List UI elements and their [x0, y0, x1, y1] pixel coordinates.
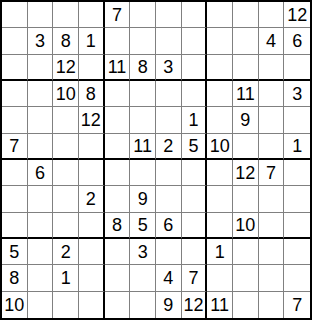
grid-cell-given: 3	[156, 55, 182, 81]
grid-cell-empty[interactable]	[105, 239, 131, 265]
grid-cell-empty[interactable]	[79, 265, 105, 291]
grid-cell-empty[interactable]	[130, 160, 156, 186]
grid-cell-empty[interactable]	[79, 160, 105, 186]
grid-cell-given: 3	[130, 239, 156, 265]
grid-cell-empty[interactable]	[79, 292, 105, 318]
grid-cell-given: 12	[284, 2, 310, 28]
grid-cell-empty[interactable]	[233, 292, 259, 318]
grid-cell-empty[interactable]	[53, 186, 79, 212]
grid-cell-given: 1	[53, 265, 79, 291]
grid-cell-empty[interactable]	[79, 55, 105, 81]
grid-cell-empty[interactable]	[182, 239, 208, 265]
grid-cell-empty[interactable]	[2, 81, 28, 107]
grid-cell-empty[interactable]	[233, 134, 259, 160]
grid-cell-empty[interactable]	[28, 134, 54, 160]
grid-cell-given: 8	[105, 213, 131, 239]
grid-cell-empty[interactable]	[259, 81, 285, 107]
grid-cell-given: 1	[207, 239, 233, 265]
grid-cell-given: 9	[233, 107, 259, 133]
grid-cell-empty[interactable]	[259, 265, 285, 291]
grid-cell-empty[interactable]	[105, 81, 131, 107]
grid-cell-empty[interactable]	[284, 160, 310, 186]
grid-cell-empty[interactable]	[28, 55, 54, 81]
grid-cell-empty[interactable]	[79, 239, 105, 265]
grid-cell-empty[interactable]	[284, 55, 310, 81]
grid-cell-given: 2	[156, 134, 182, 160]
grid-cell-empty[interactable]	[28, 292, 54, 318]
grid-cell-given: 11	[105, 55, 131, 81]
grid-cell-empty[interactable]	[207, 28, 233, 54]
grid-cell-empty[interactable]	[28, 107, 54, 133]
grid-cell-empty[interactable]	[28, 265, 54, 291]
grid-cell-given: 10	[53, 81, 79, 107]
grid-cell-empty[interactable]	[207, 81, 233, 107]
grid-cell-given: 8	[130, 55, 156, 81]
grid-cell-empty[interactable]	[233, 239, 259, 265]
grid-cell-empty[interactable]	[182, 2, 208, 28]
grid-cell-empty[interactable]	[207, 107, 233, 133]
grid-cell-given: 10	[233, 213, 259, 239]
grid-cell-empty[interactable]	[130, 81, 156, 107]
grid-cell-given: 10	[2, 292, 28, 318]
grid-cell-empty[interactable]	[2, 160, 28, 186]
grid-cell-empty[interactable]	[207, 2, 233, 28]
grid-cell-given: 7	[182, 265, 208, 291]
grid-cell-empty[interactable]	[28, 213, 54, 239]
grid-cell-empty[interactable]	[2, 213, 28, 239]
grid-cell-empty[interactable]	[259, 2, 285, 28]
grid-cell-empty[interactable]	[233, 186, 259, 212]
grid-cell-given: 1	[284, 134, 310, 160]
grid-cell-empty[interactable]	[130, 28, 156, 54]
grid-cell-empty[interactable]	[284, 213, 310, 239]
grid-cell-empty[interactable]	[53, 213, 79, 239]
grid-cell-empty[interactable]	[2, 186, 28, 212]
grid-cell-given: 12	[79, 107, 105, 133]
grid-cell-empty[interactable]	[259, 213, 285, 239]
grid-cell-empty[interactable]	[2, 2, 28, 28]
grid-cell-empty[interactable]	[259, 107, 285, 133]
grid-cell-empty[interactable]	[284, 186, 310, 212]
grid-cell-empty[interactable]	[105, 186, 131, 212]
grid-cell-given: 10	[207, 134, 233, 160]
grid-cell-given: 7	[259, 160, 285, 186]
grid-cell-empty[interactable]	[207, 55, 233, 81]
grid-cell-given: 1	[79, 28, 105, 54]
grid-cell-given: 2	[53, 239, 79, 265]
grid-cell-empty[interactable]	[53, 134, 79, 160]
grid-cell-empty[interactable]	[130, 265, 156, 291]
grid-cell-given: 9	[156, 292, 182, 318]
grid-cell-empty[interactable]	[2, 107, 28, 133]
grid-cell-empty[interactable]	[53, 2, 79, 28]
grid-cell-empty[interactable]	[182, 213, 208, 239]
grid-cell-empty[interactable]	[53, 160, 79, 186]
grid-cell-given: 8	[79, 81, 105, 107]
grid-cell-given: 11	[207, 292, 233, 318]
grid-cell-given: 11	[233, 81, 259, 107]
grid-cell-given: 8	[53, 28, 79, 54]
grid-cell-empty[interactable]	[105, 28, 131, 54]
grid-cell-given: 7	[2, 134, 28, 160]
grid-cell-given: 1	[182, 107, 208, 133]
grid-cell-empty[interactable]	[79, 2, 105, 28]
grid-cell-empty[interactable]	[2, 28, 28, 54]
grid-cell-given: 8	[2, 265, 28, 291]
grid-cell-empty[interactable]	[105, 292, 131, 318]
grid-cell-empty[interactable]	[182, 28, 208, 54]
grid-cell-empty[interactable]	[259, 186, 285, 212]
grid-cell-empty[interactable]	[156, 28, 182, 54]
grid-cell-given: 12	[233, 160, 259, 186]
grid-cell-empty[interactable]	[79, 134, 105, 160]
grid-cell-empty[interactable]	[284, 239, 310, 265]
grid-cell-given: 12	[53, 55, 79, 81]
grid-cell-empty[interactable]	[284, 107, 310, 133]
grid-cell-given: 5	[2, 239, 28, 265]
grid-cell-empty[interactable]	[182, 186, 208, 212]
grid-cell-given: 12	[182, 292, 208, 318]
grid-cell-given: 3	[284, 81, 310, 107]
grid-cell-given: 9	[130, 186, 156, 212]
grid-cell-given: 2	[79, 186, 105, 212]
grid-cell-empty[interactable]	[284, 265, 310, 291]
grid-cell-empty[interactable]	[156, 160, 182, 186]
grid-cell-empty[interactable]	[259, 55, 285, 81]
grid-cell-given: 4	[259, 28, 285, 54]
grid-cell-given: 6	[284, 28, 310, 54]
grid-cell-empty[interactable]	[53, 107, 79, 133]
grid-cell-empty[interactable]	[28, 239, 54, 265]
grid-cell-empty[interactable]	[182, 160, 208, 186]
grid-cell-given: 6	[156, 213, 182, 239]
grid-cell-given: 6	[28, 160, 54, 186]
grid-cell-empty[interactable]	[156, 81, 182, 107]
grid-cell-given: 11	[130, 134, 156, 160]
grid-cell-empty[interactable]	[156, 186, 182, 212]
grid-cell-empty[interactable]	[28, 81, 54, 107]
grid-cell-empty[interactable]	[130, 107, 156, 133]
grid-cell-empty[interactable]	[105, 134, 131, 160]
grid-cell-empty[interactable]	[28, 186, 54, 212]
grid-cell-empty[interactable]	[156, 107, 182, 133]
grid-cell-given: 4	[156, 265, 182, 291]
grid-cell-empty[interactable]	[259, 134, 285, 160]
grid-cell-empty[interactable]	[28, 2, 54, 28]
grid-cell-given: 5	[182, 134, 208, 160]
grid-cell-empty[interactable]	[105, 160, 131, 186]
grid-cell-empty[interactable]	[182, 55, 208, 81]
grid-cell-empty[interactable]	[207, 160, 233, 186]
grid-cell-given: 7	[284, 292, 310, 318]
grid-cell-empty[interactable]	[156, 2, 182, 28]
grid-cell-empty[interactable]	[53, 292, 79, 318]
grid-cell-empty[interactable]	[130, 292, 156, 318]
grid-cell-empty[interactable]	[233, 265, 259, 291]
grid-cell-empty[interactable]	[233, 55, 259, 81]
grid-cell-empty[interactable]	[130, 2, 156, 28]
grid-cell-given: 7	[105, 2, 131, 28]
grid-cell-empty[interactable]	[207, 213, 233, 239]
grid-cell-empty[interactable]	[207, 265, 233, 291]
grid-cell-empty[interactable]	[233, 2, 259, 28]
grid-cell-empty[interactable]	[105, 265, 131, 291]
grid-cell-empty[interactable]	[259, 292, 285, 318]
grid-cell-empty[interactable]	[79, 213, 105, 239]
grid-cell-empty[interactable]	[233, 28, 259, 54]
grid-cell-given: 5	[130, 213, 156, 239]
grid-cell-empty[interactable]	[156, 239, 182, 265]
grid-cell-empty[interactable]	[207, 186, 233, 212]
grid-cell-empty[interactable]	[259, 239, 285, 265]
grid-cell-empty[interactable]	[105, 107, 131, 133]
grid-cell-empty[interactable]	[182, 81, 208, 107]
grid-cell-given: 3	[28, 28, 54, 54]
grid-cell-empty[interactable]	[2, 55, 28, 81]
sudoku-board: 7123814612118310811312197112510161272985…	[0, 0, 312, 320]
